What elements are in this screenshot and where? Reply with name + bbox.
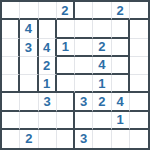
cell-r3c8[interactable] <box>130 39 148 57</box>
cell-r5c6-given[interactable]: 1 <box>93 75 111 93</box>
cell-r6c5-given[interactable]: 3 <box>75 93 93 111</box>
cell-r1c8[interactable] <box>130 2 148 20</box>
cell-r7c5[interactable] <box>75 112 93 130</box>
cell-r5c3-given[interactable]: 1 <box>39 75 57 93</box>
cell-r5c1[interactable] <box>2 75 20 93</box>
cell-r8c8[interactable] <box>130 130 148 148</box>
cell-r7c2[interactable] <box>20 112 38 130</box>
cell-r7c3[interactable] <box>39 112 57 130</box>
cell-r4c5[interactable] <box>75 57 93 75</box>
cell-r5c4[interactable] <box>57 75 75 93</box>
cell-r2c2-given[interactable]: 4 <box>20 20 38 38</box>
cell-r4c2[interactable] <box>20 57 38 75</box>
cell-r4c4[interactable] <box>57 57 75 75</box>
cell-r4c3-given[interactable]: 2 <box>39 57 57 75</box>
cell-r6c7-given[interactable]: 4 <box>112 93 130 111</box>
cell-r8c1[interactable] <box>2 130 20 148</box>
puzzle-screenshot: 224341224113324123 <box>0 0 150 150</box>
cell-r1c3[interactable] <box>39 2 57 20</box>
cell-r6c2[interactable] <box>20 93 38 111</box>
cell-r2c6[interactable] <box>93 20 111 38</box>
cell-r6c1[interactable] <box>2 93 20 111</box>
cell-r1c7-given[interactable]: 2 <box>112 2 130 20</box>
cell-r8c5-given[interactable]: 3 <box>75 130 93 148</box>
cell-r3c6-given[interactable]: 2 <box>93 39 111 57</box>
cell-r3c5[interactable] <box>75 39 93 57</box>
cell-r2c5[interactable] <box>75 20 93 38</box>
cell-r7c6[interactable] <box>93 112 111 130</box>
cell-r4c7[interactable] <box>112 57 130 75</box>
cell-r8c4[interactable] <box>57 130 75 148</box>
cell-r7c8[interactable] <box>130 112 148 130</box>
cell-r8c3[interactable] <box>39 130 57 148</box>
cell-r7c7-given[interactable]: 1 <box>112 112 130 130</box>
cell-r3c1[interactable] <box>2 39 20 57</box>
cell-r4c1[interactable] <box>2 57 20 75</box>
cell-r6c6-given[interactable]: 2 <box>93 93 111 111</box>
puzzle-board: 224341224113324123 <box>0 0 150 150</box>
cell-r2c7[interactable] <box>112 20 130 38</box>
cell-r6c8[interactable] <box>130 93 148 111</box>
cell-r7c4[interactable] <box>57 112 75 130</box>
cell-r3c7[interactable] <box>112 39 130 57</box>
cell-r3c2-given[interactable]: 3 <box>20 39 38 57</box>
cell-r2c1[interactable] <box>2 20 20 38</box>
cell-r7c1[interactable] <box>2 112 20 130</box>
cell-r4c8[interactable] <box>130 57 148 75</box>
cell-r2c3[interactable] <box>39 20 57 38</box>
cell-r1c1[interactable] <box>2 2 20 20</box>
cell-r8c6[interactable] <box>93 130 111 148</box>
cell-r4c6-given[interactable]: 4 <box>93 57 111 75</box>
cell-r5c5[interactable] <box>75 75 93 93</box>
cell-r5c2[interactable] <box>20 75 38 93</box>
cell-r8c2-given[interactable]: 2 <box>20 130 38 148</box>
cell-r1c4-given[interactable]: 2 <box>57 2 75 20</box>
cell-r1c5[interactable] <box>75 2 93 20</box>
cell-r3c4-given[interactable]: 1 <box>57 39 75 57</box>
cell-r5c7[interactable] <box>112 75 130 93</box>
cell-r1c6[interactable] <box>93 2 111 20</box>
cell-r1c2[interactable] <box>20 2 38 20</box>
cell-r3c3-given[interactable]: 4 <box>39 39 57 57</box>
cell-r2c8[interactable] <box>130 20 148 38</box>
cell-r2c4[interactable] <box>57 20 75 38</box>
cell-r6c3-given[interactable]: 3 <box>39 93 57 111</box>
cell-r8c7[interactable] <box>112 130 130 148</box>
cell-r6c4[interactable] <box>57 93 75 111</box>
cell-r5c8[interactable] <box>130 75 148 93</box>
